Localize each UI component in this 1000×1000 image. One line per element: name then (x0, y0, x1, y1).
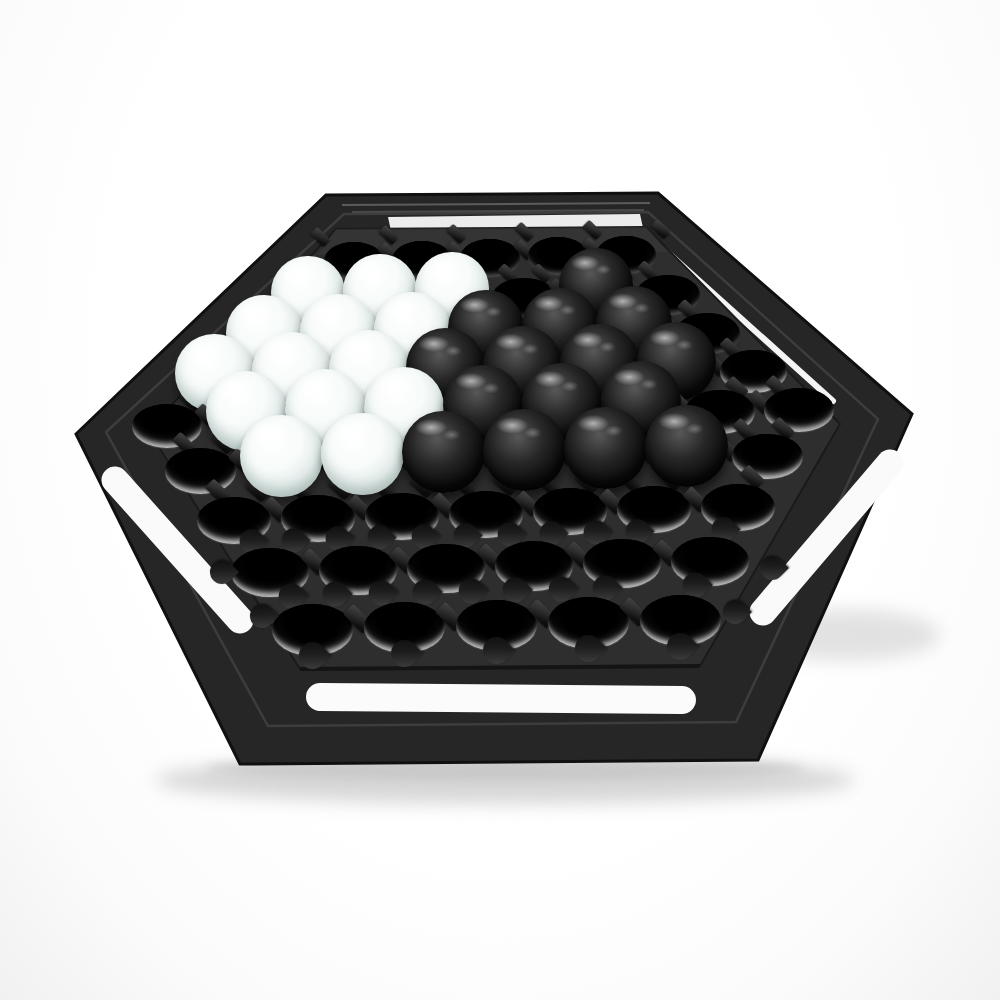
white-marble[interactable] (240, 415, 323, 498)
pyramid-bump (514, 222, 535, 243)
black-marble[interactable] (564, 407, 647, 490)
black-marble[interactable] (402, 411, 485, 494)
pit-cell[interactable] (132, 404, 202, 448)
pyramid-bump (582, 220, 603, 241)
black-marble[interactable] (645, 405, 728, 488)
board-cells-layer (0, 0, 1000, 1000)
abalone-board-photo (0, 0, 1000, 1000)
pyramid-bump (650, 218, 671, 239)
pyramid-bump (378, 225, 399, 246)
pyramid-bump (310, 227, 331, 248)
teardrop-bump (205, 555, 239, 589)
white-marble[interactable] (321, 413, 404, 496)
black-marble[interactable] (483, 409, 566, 492)
pit-cell[interactable] (165, 448, 236, 493)
pyramid-bump (446, 223, 467, 244)
teardrop-bump (755, 551, 789, 585)
teardrop-bump (718, 595, 752, 629)
